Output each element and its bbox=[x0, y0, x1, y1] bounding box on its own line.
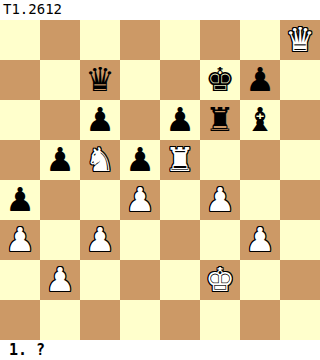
puzzle-id: T1.2612 bbox=[0, 0, 320, 20]
square-f6[interactable]: ♜ bbox=[200, 100, 240, 140]
square-e7[interactable] bbox=[160, 60, 200, 100]
white-pawn[interactable]: ♟ bbox=[200, 180, 240, 220]
white-queen[interactable]: ♛ bbox=[280, 20, 320, 60]
square-h1[interactable] bbox=[280, 300, 320, 340]
square-g5[interactable] bbox=[240, 140, 280, 180]
square-c4[interactable] bbox=[80, 180, 120, 220]
square-g4[interactable] bbox=[240, 180, 280, 220]
white-pawn[interactable]: ♟ bbox=[240, 220, 280, 260]
chess-puzzle-window: T1.2612 ♛♛♚♟♟♟♜♝♟♞♟♜♟♟♟♟♟♟♟♚ 1. ? bbox=[0, 0, 320, 360]
square-f4[interactable]: ♟ bbox=[200, 180, 240, 220]
square-a4[interactable]: ♟ bbox=[0, 180, 40, 220]
square-h2[interactable] bbox=[280, 260, 320, 300]
square-a3[interactable]: ♟ bbox=[0, 220, 40, 260]
square-b6[interactable] bbox=[40, 100, 80, 140]
black-pawn[interactable]: ♟ bbox=[160, 100, 200, 140]
square-h4[interactable] bbox=[280, 180, 320, 220]
square-e2[interactable] bbox=[160, 260, 200, 300]
square-b5[interactable]: ♟ bbox=[40, 140, 80, 180]
square-a1[interactable] bbox=[0, 300, 40, 340]
square-g6[interactable]: ♝ bbox=[240, 100, 280, 140]
square-g7[interactable]: ♟ bbox=[240, 60, 280, 100]
square-f5[interactable] bbox=[200, 140, 240, 180]
square-c2[interactable] bbox=[80, 260, 120, 300]
black-pawn[interactable]: ♟ bbox=[80, 100, 120, 140]
square-a6[interactable] bbox=[0, 100, 40, 140]
square-f3[interactable] bbox=[200, 220, 240, 260]
square-e6[interactable]: ♟ bbox=[160, 100, 200, 140]
square-h6[interactable] bbox=[280, 100, 320, 140]
white-pawn[interactable]: ♟ bbox=[80, 220, 120, 260]
square-d7[interactable] bbox=[120, 60, 160, 100]
black-rook[interactable]: ♜ bbox=[200, 100, 240, 140]
square-e3[interactable] bbox=[160, 220, 200, 260]
square-b8[interactable] bbox=[40, 20, 80, 60]
move-prompt: 1. ? bbox=[0, 340, 320, 360]
white-rook[interactable]: ♜ bbox=[160, 140, 200, 180]
square-f2[interactable]: ♚ bbox=[200, 260, 240, 300]
square-f7[interactable]: ♚ bbox=[200, 60, 240, 100]
square-h3[interactable] bbox=[280, 220, 320, 260]
square-h8[interactable]: ♛ bbox=[280, 20, 320, 60]
square-b2[interactable]: ♟ bbox=[40, 260, 80, 300]
white-pawn[interactable]: ♟ bbox=[0, 220, 40, 260]
square-g8[interactable] bbox=[240, 20, 280, 60]
square-g3[interactable]: ♟ bbox=[240, 220, 280, 260]
white-pawn[interactable]: ♟ bbox=[120, 180, 160, 220]
black-pawn[interactable]: ♟ bbox=[120, 140, 160, 180]
square-a7[interactable] bbox=[0, 60, 40, 100]
square-d4[interactable]: ♟ bbox=[120, 180, 160, 220]
square-e8[interactable] bbox=[160, 20, 200, 60]
square-c8[interactable] bbox=[80, 20, 120, 60]
square-d3[interactable] bbox=[120, 220, 160, 260]
square-f8[interactable] bbox=[200, 20, 240, 60]
black-pawn[interactable]: ♟ bbox=[0, 180, 40, 220]
square-f1[interactable] bbox=[200, 300, 240, 340]
square-h7[interactable] bbox=[280, 60, 320, 100]
square-d8[interactable] bbox=[120, 20, 160, 60]
square-a2[interactable] bbox=[0, 260, 40, 300]
square-g1[interactable] bbox=[240, 300, 280, 340]
chess-board[interactable]: ♛♛♚♟♟♟♜♝♟♞♟♜♟♟♟♟♟♟♟♚ bbox=[0, 20, 320, 340]
square-e1[interactable] bbox=[160, 300, 200, 340]
square-d5[interactable]: ♟ bbox=[120, 140, 160, 180]
white-pawn[interactable]: ♟ bbox=[40, 260, 80, 300]
square-b7[interactable] bbox=[40, 60, 80, 100]
white-knight[interactable]: ♞ bbox=[80, 140, 120, 180]
square-e4[interactable] bbox=[160, 180, 200, 220]
black-pawn[interactable]: ♟ bbox=[40, 140, 80, 180]
square-a8[interactable] bbox=[0, 20, 40, 60]
square-e5[interactable]: ♜ bbox=[160, 140, 200, 180]
black-queen[interactable]: ♛ bbox=[80, 60, 120, 100]
black-bishop[interactable]: ♝ bbox=[240, 100, 280, 140]
square-b1[interactable] bbox=[40, 300, 80, 340]
square-h5[interactable] bbox=[280, 140, 320, 180]
square-d1[interactable] bbox=[120, 300, 160, 340]
white-king[interactable]: ♚ bbox=[200, 260, 240, 300]
square-c1[interactable] bbox=[80, 300, 120, 340]
square-b4[interactable] bbox=[40, 180, 80, 220]
square-c5[interactable]: ♞ bbox=[80, 140, 120, 180]
square-g2[interactable] bbox=[240, 260, 280, 300]
square-a5[interactable] bbox=[0, 140, 40, 180]
square-c6[interactable]: ♟ bbox=[80, 100, 120, 140]
black-pawn[interactable]: ♟ bbox=[240, 60, 280, 100]
square-c7[interactable]: ♛ bbox=[80, 60, 120, 100]
square-d2[interactable] bbox=[120, 260, 160, 300]
square-d6[interactable] bbox=[120, 100, 160, 140]
black-king[interactable]: ♚ bbox=[200, 60, 240, 100]
square-b3[interactable] bbox=[40, 220, 80, 260]
square-c3[interactable]: ♟ bbox=[80, 220, 120, 260]
